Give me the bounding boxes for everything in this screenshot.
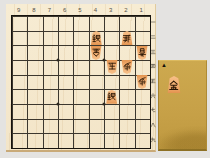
- file-label: 2: [118, 6, 133, 15]
- file-label: 1: [134, 6, 149, 15]
- board-square[interactable]: [104, 75, 119, 90]
- board-square[interactable]: [43, 119, 58, 134]
- board-square[interactable]: [119, 45, 134, 60]
- shogi-app: 987654321 ▲: [0, 0, 210, 158]
- board-square[interactable]: [119, 104, 134, 119]
- board-square[interactable]: [73, 89, 88, 104]
- board-square[interactable]: [73, 75, 88, 90]
- board-square[interactable]: [135, 89, 150, 104]
- star-point: [103, 59, 106, 62]
- board-square[interactable]: [104, 45, 119, 60]
- board-square[interactable]: [58, 133, 73, 148]
- board-square[interactable]: [135, 60, 150, 75]
- star-point: [57, 59, 60, 62]
- board-square[interactable]: [27, 31, 42, 46]
- board-square[interactable]: [43, 16, 58, 31]
- board-square[interactable]: [12, 60, 27, 75]
- board-square[interactable]: [73, 45, 88, 60]
- board-square[interactable]: [12, 75, 27, 90]
- board-square[interactable]: [27, 60, 42, 75]
- board-square[interactable]: [119, 16, 134, 31]
- board-square[interactable]: [73, 119, 88, 134]
- board-square[interactable]: [89, 104, 104, 119]
- board-square[interactable]: [104, 133, 119, 148]
- komadai-sente: ▲: [158, 60, 207, 151]
- board-square[interactable]: [73, 133, 88, 148]
- board-square[interactable]: [58, 89, 73, 104]
- sente-marker: ▲: [161, 61, 167, 69]
- board-square[interactable]: [104, 16, 119, 31]
- board-square[interactable]: [27, 104, 42, 119]
- board-square[interactable]: [27, 16, 42, 31]
- board-square[interactable]: [12, 31, 27, 46]
- board-square[interactable]: [43, 60, 58, 75]
- board-square[interactable]: [12, 104, 27, 119]
- board-square[interactable]: [58, 45, 73, 60]
- board-square[interactable]: [12, 119, 27, 134]
- board-grid: [11, 15, 151, 149]
- board-square[interactable]: [12, 45, 27, 60]
- board-square[interactable]: [27, 89, 42, 104]
- board-square[interactable]: [58, 119, 73, 134]
- board-square[interactable]: [43, 133, 58, 148]
- file-label: 8: [26, 6, 41, 15]
- board-square[interactable]: [58, 75, 73, 90]
- file-label: 9: [11, 6, 26, 15]
- board-square[interactable]: [119, 89, 134, 104]
- board-square[interactable]: [27, 133, 42, 148]
- board-square[interactable]: [43, 75, 58, 90]
- board-square[interactable]: [58, 60, 73, 75]
- board-square[interactable]: [135, 31, 150, 46]
- star-point: [103, 103, 106, 106]
- board-square[interactable]: [104, 119, 119, 134]
- board-square[interactable]: [58, 104, 73, 119]
- shogi-board: 987654321: [6, 4, 156, 152]
- board-square[interactable]: [104, 104, 119, 119]
- board-square[interactable]: [104, 31, 119, 46]
- board-square[interactable]: [73, 104, 88, 119]
- board-square[interactable]: [73, 31, 88, 46]
- board-square[interactable]: [119, 119, 134, 134]
- board-square[interactable]: [73, 60, 88, 75]
- board-square[interactable]: [89, 75, 104, 90]
- board-square[interactable]: [43, 31, 58, 46]
- file-label: 7: [42, 6, 57, 15]
- board-square[interactable]: [27, 119, 42, 134]
- board-square[interactable]: [135, 119, 150, 134]
- star-point: [57, 103, 60, 106]
- board-square[interactable]: [58, 31, 73, 46]
- hand-piece-gold[interactable]: [167, 76, 181, 93]
- board-square[interactable]: [89, 133, 104, 148]
- board-square[interactable]: [135, 133, 150, 148]
- board-square[interactable]: [43, 104, 58, 119]
- board-square[interactable]: [58, 16, 73, 31]
- board-square[interactable]: [27, 75, 42, 90]
- board-square[interactable]: [119, 133, 134, 148]
- board-square[interactable]: [119, 75, 134, 90]
- board-square[interactable]: [12, 89, 27, 104]
- board-square[interactable]: [89, 60, 104, 75]
- board-square[interactable]: [27, 45, 42, 60]
- board-square[interactable]: [43, 45, 58, 60]
- file-label: 6: [57, 6, 72, 15]
- board-square[interactable]: [12, 133, 27, 148]
- file-labels: 987654321: [11, 6, 149, 15]
- board-square[interactable]: [12, 16, 27, 31]
- board-square[interactable]: [89, 16, 104, 31]
- file-label: 5: [72, 6, 87, 15]
- board-square[interactable]: [43, 89, 58, 104]
- sente-hand: [167, 76, 181, 93]
- file-label: 3: [103, 6, 118, 15]
- board-square[interactable]: [135, 16, 150, 31]
- board-square[interactable]: [73, 16, 88, 31]
- file-label: 4: [88, 6, 103, 15]
- board-square[interactable]: [135, 104, 150, 119]
- board-square[interactable]: [89, 119, 104, 134]
- board-square[interactable]: [89, 89, 104, 104]
